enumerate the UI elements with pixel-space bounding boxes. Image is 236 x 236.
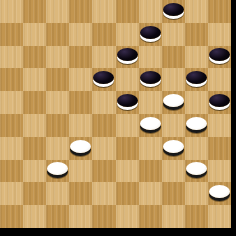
square-r2c0 bbox=[0, 46, 23, 69]
square-26[interactable] bbox=[0, 114, 23, 137]
square-50[interactable] bbox=[185, 205, 208, 228]
square-r3c1 bbox=[23, 68, 46, 91]
square-r9c9 bbox=[208, 205, 231, 228]
square-r2c4 bbox=[92, 46, 115, 69]
black-man[interactable] bbox=[117, 94, 138, 107]
square-r2c8 bbox=[185, 46, 208, 69]
square-48[interactable] bbox=[92, 205, 115, 228]
square-33[interactable] bbox=[116, 137, 139, 160]
square-r2c2 bbox=[46, 46, 69, 69]
square-18[interactable] bbox=[92, 68, 115, 91]
white-man[interactable] bbox=[186, 117, 207, 130]
square-4[interactable] bbox=[162, 0, 185, 23]
square-r6c6 bbox=[139, 137, 162, 160]
black-man[interactable] bbox=[117, 48, 138, 61]
square-39[interactable] bbox=[139, 160, 162, 183]
square-23[interactable] bbox=[116, 91, 139, 114]
square-r0c6 bbox=[139, 0, 162, 23]
square-15[interactable] bbox=[208, 46, 231, 69]
square-12[interactable] bbox=[69, 46, 92, 69]
square-r7c5 bbox=[116, 160, 139, 183]
square-r7c1 bbox=[23, 160, 46, 183]
square-35[interactable] bbox=[208, 137, 231, 160]
square-10[interactable] bbox=[185, 23, 208, 46]
square-40[interactable] bbox=[185, 160, 208, 183]
square-r6c2 bbox=[46, 137, 69, 160]
square-r8c8 bbox=[185, 182, 208, 205]
white-man[interactable] bbox=[163, 140, 184, 153]
square-37[interactable] bbox=[46, 160, 69, 183]
square-45[interactable] bbox=[208, 182, 231, 205]
square-16[interactable] bbox=[0, 68, 23, 91]
square-28[interactable] bbox=[92, 114, 115, 137]
square-r3c9 bbox=[208, 68, 231, 91]
white-man[interactable] bbox=[186, 162, 207, 175]
square-r6c0 bbox=[0, 137, 23, 160]
square-6[interactable] bbox=[0, 23, 23, 46]
square-r9c3 bbox=[69, 205, 92, 228]
square-2[interactable] bbox=[69, 0, 92, 23]
square-7[interactable] bbox=[46, 23, 69, 46]
black-man[interactable] bbox=[163, 3, 184, 16]
square-42[interactable] bbox=[69, 182, 92, 205]
white-man[interactable] bbox=[140, 117, 161, 130]
square-r0c2 bbox=[46, 0, 69, 23]
square-r3c7 bbox=[162, 68, 185, 91]
board-frame bbox=[0, 0, 236, 236]
square-r1c5 bbox=[116, 23, 139, 46]
square-r1c7 bbox=[162, 23, 185, 46]
square-r2c6 bbox=[139, 46, 162, 69]
square-22[interactable] bbox=[69, 91, 92, 114]
square-r4c8 bbox=[185, 91, 208, 114]
square-r7c9 bbox=[208, 160, 231, 183]
square-r3c3 bbox=[69, 68, 92, 91]
square-r7c7 bbox=[162, 160, 185, 183]
square-44[interactable] bbox=[162, 182, 185, 205]
square-r9c7 bbox=[162, 205, 185, 228]
square-29[interactable] bbox=[139, 114, 162, 137]
square-r4c6 bbox=[139, 91, 162, 114]
black-man[interactable] bbox=[186, 71, 207, 84]
square-41[interactable] bbox=[23, 182, 46, 205]
square-r5c5 bbox=[116, 114, 139, 137]
square-9[interactable] bbox=[139, 23, 162, 46]
black-man[interactable] bbox=[209, 48, 230, 61]
square-r1c9 bbox=[208, 23, 231, 46]
square-20[interactable] bbox=[185, 68, 208, 91]
square-47[interactable] bbox=[46, 205, 69, 228]
square-31[interactable] bbox=[23, 137, 46, 160]
square-r0c8 bbox=[185, 0, 208, 23]
square-46[interactable] bbox=[0, 205, 23, 228]
square-r8c2 bbox=[46, 182, 69, 205]
square-r5c9 bbox=[208, 114, 231, 137]
square-r6c8 bbox=[185, 137, 208, 160]
square-r4c4 bbox=[92, 91, 115, 114]
square-11[interactable] bbox=[23, 46, 46, 69]
square-r3c5 bbox=[116, 68, 139, 91]
square-43[interactable] bbox=[116, 182, 139, 205]
square-1[interactable] bbox=[23, 0, 46, 23]
square-r7c3 bbox=[69, 160, 92, 183]
square-49[interactable] bbox=[139, 205, 162, 228]
square-13[interactable] bbox=[116, 46, 139, 69]
white-man[interactable] bbox=[47, 162, 68, 175]
square-17[interactable] bbox=[46, 68, 69, 91]
square-14[interactable] bbox=[162, 46, 185, 69]
square-r9c1 bbox=[23, 205, 46, 228]
square-r6c4 bbox=[92, 137, 115, 160]
square-r8c6 bbox=[139, 182, 162, 205]
square-r5c1 bbox=[23, 114, 46, 137]
black-man[interactable] bbox=[209, 94, 230, 107]
square-r9c5 bbox=[116, 205, 139, 228]
square-8[interactable] bbox=[92, 23, 115, 46]
black-man[interactable] bbox=[140, 26, 161, 39]
black-man[interactable] bbox=[93, 71, 114, 84]
white-man[interactable] bbox=[70, 140, 91, 153]
square-r0c4 bbox=[92, 0, 115, 23]
square-25[interactable] bbox=[208, 91, 231, 114]
square-r5c7 bbox=[162, 114, 185, 137]
square-21[interactable] bbox=[23, 91, 46, 114]
square-32[interactable] bbox=[69, 137, 92, 160]
square-36[interactable] bbox=[0, 160, 23, 183]
square-24[interactable] bbox=[162, 91, 185, 114]
square-r1c3 bbox=[69, 23, 92, 46]
square-27[interactable] bbox=[46, 114, 69, 137]
square-r8c0 bbox=[0, 182, 23, 205]
square-5[interactable] bbox=[208, 0, 231, 23]
square-34[interactable] bbox=[162, 137, 185, 160]
square-19[interactable] bbox=[139, 68, 162, 91]
square-r1c1 bbox=[23, 23, 46, 46]
square-r4c0 bbox=[0, 91, 23, 114]
square-r8c4 bbox=[92, 182, 115, 205]
square-r5c3 bbox=[69, 114, 92, 137]
square-38[interactable] bbox=[92, 160, 115, 183]
board bbox=[0, 0, 231, 228]
white-man[interactable] bbox=[209, 185, 230, 198]
black-man[interactable] bbox=[140, 71, 161, 84]
square-30[interactable] bbox=[185, 114, 208, 137]
square-3[interactable] bbox=[116, 0, 139, 23]
square-r0c0 bbox=[0, 0, 23, 23]
square-r4c2 bbox=[46, 91, 69, 114]
white-man[interactable] bbox=[163, 94, 184, 107]
